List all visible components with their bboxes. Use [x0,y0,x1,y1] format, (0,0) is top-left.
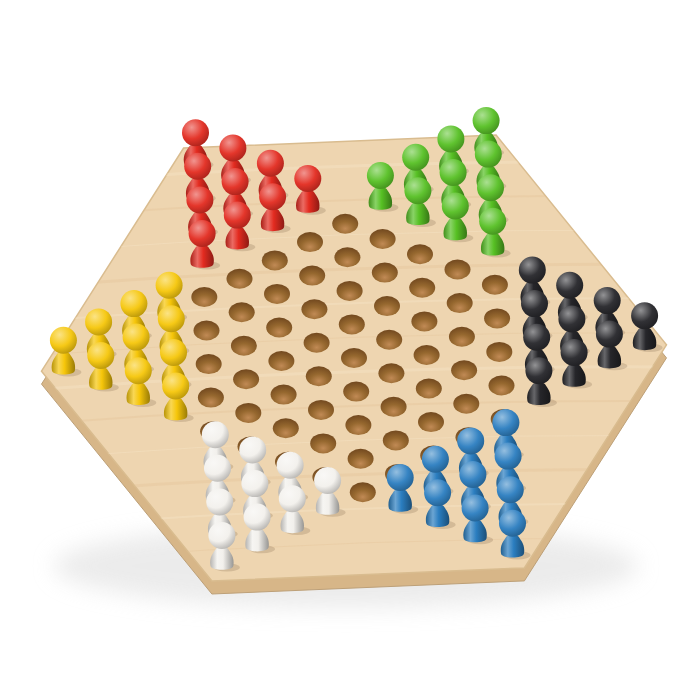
board-hole[interactable] [231,336,257,356]
peg-head [160,339,187,366]
board-hole[interactable] [332,214,358,234]
board-hole[interactable] [372,263,398,283]
peg-head [495,443,522,470]
board-hole[interactable] [339,314,365,334]
peg-head [367,162,394,189]
peg-head [182,119,209,146]
peg-head [184,153,211,180]
board-hole[interactable] [378,363,404,383]
board-hole[interactable] [334,247,360,267]
board-hole[interactable] [486,342,512,362]
peg-head [222,168,249,195]
board-hole[interactable] [411,311,437,331]
peg-head [279,485,306,512]
board-hole[interactable] [264,284,290,304]
peg-head [186,186,213,213]
peg-head [87,342,114,369]
peg-head [457,427,484,454]
peg-head [224,202,251,229]
peg-head [492,409,519,436]
peg-head [202,421,229,448]
peg-head [162,372,189,399]
peg-head [402,144,429,171]
board-hole[interactable] [350,482,376,502]
peg-head [120,290,147,317]
peg-head [558,305,585,332]
peg-head [594,287,621,314]
peg-head [521,290,548,317]
chinese-checkers-board [0,0,700,700]
board-hole[interactable] [484,308,510,328]
board-hole[interactable] [414,345,440,365]
peg-head [497,476,524,503]
board-hole[interactable] [194,321,220,341]
peg-head [239,437,266,464]
board-hole[interactable] [449,327,475,347]
board-hole[interactable] [196,354,222,374]
peg-head [241,470,268,497]
peg-head [294,165,321,192]
board-hole[interactable] [262,250,288,270]
peg-head [244,504,271,531]
board-hole[interactable] [451,360,477,380]
product-photo-canvas [0,0,700,700]
peg-head [459,461,486,488]
board-hole[interactable] [341,348,367,368]
board-hole[interactable] [273,418,299,438]
peg-head [206,488,233,515]
board-hole[interactable] [374,296,400,316]
board-hole[interactable] [416,379,442,399]
board-hole[interactable] [376,330,402,350]
board-hole[interactable] [407,244,433,264]
board-hole[interactable] [198,388,224,408]
board-hole[interactable] [447,293,473,313]
peg-head [556,272,583,299]
board-hole[interactable] [229,302,255,322]
peg-head [219,135,246,162]
board-hole[interactable] [418,412,444,432]
board-hole[interactable] [489,376,515,396]
board-hole[interactable] [233,369,259,389]
peg-head [257,150,284,177]
board-hole[interactable] [370,229,396,249]
peg-head [277,452,304,479]
peg-head [442,193,469,220]
board-hole[interactable] [301,299,327,319]
board-hole[interactable] [345,415,371,435]
peg-head [259,183,286,210]
board-hole[interactable] [482,275,508,295]
peg-head [208,522,235,549]
board-hole[interactable] [445,260,471,280]
peg-head [473,107,500,134]
peg-head [596,321,623,348]
board-hole[interactable] [381,397,407,417]
peg-head [519,257,546,284]
peg-head [631,302,658,329]
board-hole[interactable] [266,318,292,338]
peg-head [477,174,504,201]
peg-head [314,467,341,494]
board-hole[interactable] [268,351,294,371]
board-hole[interactable] [306,366,332,386]
peg-head [525,357,552,384]
peg-head [404,177,431,204]
board-hole[interactable] [337,281,363,301]
board-hole[interactable] [383,430,409,450]
board-hole[interactable] [191,287,217,307]
peg-head [479,208,506,235]
board-hole[interactable] [348,449,374,469]
peg-head [440,159,467,186]
peg-head [189,220,216,247]
peg-head [561,339,588,366]
peg-head [204,455,231,482]
peg-head [462,495,489,522]
peg-head [523,324,550,351]
board-hole[interactable] [343,382,369,402]
board-hole[interactable] [409,278,435,298]
board-hole[interactable] [271,385,297,405]
peg-head [424,479,451,506]
peg-head [422,446,449,473]
board-hole[interactable] [308,400,334,420]
board-hole[interactable] [227,269,253,289]
peg-head [85,308,112,335]
peg-head [123,324,150,351]
board-hole[interactable] [297,232,323,252]
board-hole[interactable] [310,433,336,453]
peg-head [499,510,526,537]
board-hole[interactable] [453,394,479,414]
peg-head [158,305,185,332]
peg-head [50,327,77,354]
peg-head [387,464,414,491]
peg-head [125,357,152,384]
peg-head [156,272,183,299]
peg-head [437,125,464,152]
board-hole[interactable] [299,266,325,286]
board-hole[interactable] [235,403,261,423]
peg-head [475,141,502,168]
board-hole[interactable] [304,333,330,353]
